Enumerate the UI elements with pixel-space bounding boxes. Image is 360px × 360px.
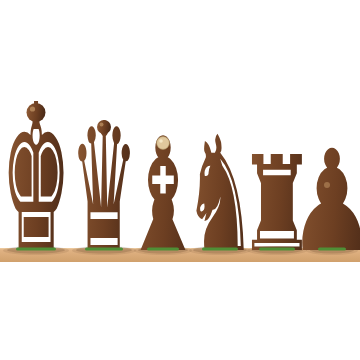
pawn-felt-base	[318, 247, 346, 250]
queen-felt-base	[85, 247, 123, 250]
queen-ball-finial	[97, 120, 111, 134]
chess-pieces-product-photo: ♚ ♛ ♝ ♞	[0, 0, 360, 360]
pawn-glyph: ♟	[287, 120, 360, 284]
bishop-felt-base	[147, 247, 179, 250]
photo-canvas: ♚ ♛ ♝ ♞	[0, 0, 360, 360]
king-ball-finial	[27, 103, 46, 122]
knight-felt-base	[202, 247, 238, 250]
king-felt-base	[16, 247, 56, 250]
pawn-head-highlight	[324, 182, 330, 188]
king-finial-highlight	[30, 106, 35, 111]
bishop-finial-ball	[157, 137, 170, 150]
bishop-finial-highlight	[159, 139, 163, 143]
chess-piece-pawn: ♟	[287, 120, 360, 284]
queen-finial-highlight	[100, 123, 104, 127]
king-glyph: ♚	[1, 61, 71, 297]
chess-piece-king: ♚	[1, 61, 71, 297]
